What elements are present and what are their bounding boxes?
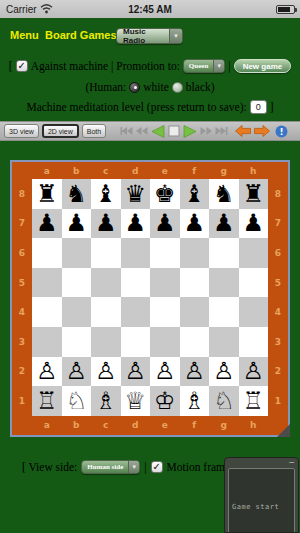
square-g7[interactable]: ♟	[209, 209, 239, 239]
piece-wn: ♘	[65, 389, 87, 413]
music-radio-value: Music Radio	[117, 29, 169, 43]
piece-bp: ♟	[154, 211, 176, 235]
meditation-row: Machine meditation level (press return t…	[0, 98, 300, 116]
square-g2[interactable]: ♙	[209, 357, 239, 387]
rank-label-8: 8	[268, 179, 288, 209]
console-window[interactable]: – Game start	[224, 457, 299, 533]
piece-bb: ♝	[183, 182, 205, 206]
close-bracket: ]	[270, 101, 274, 113]
square-b6[interactable]	[62, 238, 92, 268]
undo-arrow-icon[interactable]	[235, 125, 251, 137]
view-button-group: 3D view2D viewBoth	[4, 124, 106, 138]
meditation-input[interactable]	[250, 100, 267, 114]
file-label-f: f	[180, 162, 210, 179]
square-f3[interactable]	[180, 327, 210, 357]
black-radio[interactable]	[172, 82, 183, 93]
rank-label-2: 2	[268, 357, 288, 387]
file-label-a: a	[32, 162, 62, 179]
square-g5[interactable]	[209, 268, 239, 298]
view-button-3d-view[interactable]: 3D view	[4, 124, 39, 138]
rank-label-8: 8	[12, 179, 32, 209]
square-h4[interactable]	[239, 297, 269, 327]
square-f6[interactable]	[180, 238, 210, 268]
square-c7[interactable]: ♟	[91, 209, 121, 239]
piece-wp: ♙	[242, 359, 264, 383]
board-grid: abcdefgh8♜♞♝♛♚♝♞♜87♟♟♟♟♟♟♟♟7665544332♙♙♙…	[12, 162, 288, 435]
view-side-value: Human side	[82, 461, 128, 473]
square-f4[interactable]	[180, 297, 210, 327]
white-radio[interactable]	[129, 82, 140, 93]
square-h8[interactable]: ♜	[239, 179, 269, 209]
square-a3[interactable]	[32, 327, 62, 357]
stop-icon[interactable]	[168, 125, 180, 137]
square-g3[interactable]	[209, 327, 239, 357]
battery-icon	[276, 5, 295, 14]
file-label-g: g	[209, 162, 239, 179]
piece-bn: ♞	[65, 182, 87, 206]
square-d8[interactable]: ♛	[121, 179, 151, 209]
resize-handle-icon[interactable]	[277, 424, 290, 437]
view-button-both[interactable]: Both	[82, 124, 106, 138]
chess-board: abcdefgh8♜♞♝♛♚♝♞♜87♟♟♟♟♟♟♟♟7665544332♙♙♙…	[10, 160, 290, 437]
square-d3[interactable]	[121, 327, 151, 357]
board-games-link[interactable]: Board Games	[45, 29, 117, 41]
square-h7[interactable]: ♟	[239, 209, 269, 239]
play-forward-icon[interactable]	[183, 125, 197, 138]
square-a1[interactable]: ♖	[32, 386, 62, 416]
square-d2[interactable]: ♙	[121, 357, 151, 387]
clock: 12:45 AM	[0, 4, 300, 15]
piece-bp: ♟	[183, 211, 205, 235]
nav-bar: Menu Board Games Music Radio ▼	[0, 26, 300, 46]
square-c1[interactable]: ♗	[91, 386, 121, 416]
square-b8[interactable]: ♞	[62, 179, 92, 209]
rank-label-7: 7	[12, 209, 32, 239]
view-toolbar: 3D view2D viewBoth	[0, 121, 300, 141]
square-g1[interactable]: ♘	[209, 386, 239, 416]
square-b7[interactable]: ♟	[62, 209, 92, 239]
menu-link[interactable]: Menu	[10, 29, 39, 41]
piece-wk: ♔	[154, 389, 176, 413]
square-a2[interactable]: ♙	[32, 357, 62, 387]
piece-wp: ♙	[154, 359, 176, 383]
board-corner	[268, 162, 288, 179]
piece-bk: ♚	[154, 182, 176, 206]
skip-end-icon[interactable]	[215, 126, 228, 136]
file-label-b: b	[62, 162, 92, 179]
alert-icon[interactable]: !	[275, 125, 288, 138]
piece-bp: ♟	[124, 211, 146, 235]
square-a5[interactable]	[32, 268, 62, 298]
piece-br: ♜	[36, 182, 58, 206]
piece-bp: ♟	[242, 211, 264, 235]
piece-wr: ♖	[36, 389, 58, 413]
square-h1[interactable]: ♖	[239, 386, 269, 416]
square-b4[interactable]	[62, 297, 92, 327]
square-d7[interactable]: ♟	[121, 209, 151, 239]
square-e4[interactable]	[150, 297, 180, 327]
piece-bp: ♟	[36, 211, 58, 235]
open-bracket: [	[9, 60, 13, 72]
skip-start-icon[interactable]	[120, 126, 133, 136]
square-e6[interactable]	[150, 238, 180, 268]
rank-label-4: 4	[268, 297, 288, 327]
square-d5[interactable]	[121, 268, 151, 298]
svg-text:!: !	[280, 126, 284, 136]
separator-pipe: |	[228, 60, 230, 72]
square-e7[interactable]: ♟	[150, 209, 180, 239]
console-titlebar[interactable]: –	[225, 458, 298, 468]
piece-bn: ♞	[213, 182, 235, 206]
chevron-down-icon: ▼	[213, 60, 224, 72]
square-g6[interactable]	[209, 238, 239, 268]
rank-label-7: 7	[268, 209, 288, 239]
square-d1[interactable]: ♕	[121, 386, 151, 416]
piece-wp: ♙	[36, 359, 58, 383]
human-color-row: (Human: white black)	[0, 78, 300, 96]
piece-wb: ♗	[183, 389, 205, 413]
square-f1[interactable]: ♗	[180, 386, 210, 416]
view-side-label: [ View side:	[22, 461, 77, 473]
new-game-button[interactable]: New game	[234, 59, 292, 73]
square-b2[interactable]: ♙	[62, 357, 92, 387]
square-h6[interactable]	[239, 238, 269, 268]
square-f8[interactable]: ♝	[180, 179, 210, 209]
square-f7[interactable]: ♟	[180, 209, 210, 239]
file-label-b: b	[62, 416, 92, 435]
motion-checkbox[interactable]: ✓	[151, 461, 163, 473]
piece-bp: ♟	[95, 211, 117, 235]
file-label-e: e	[150, 416, 180, 435]
against-machine-checkbox[interactable]: ✓	[16, 60, 28, 72]
white-label: white	[143, 81, 169, 93]
piece-bp: ♟	[213, 211, 235, 235]
piece-wp: ♙	[213, 359, 235, 383]
redo-arrow-icon[interactable]	[254, 125, 270, 137]
piece-br: ♜	[242, 182, 264, 206]
piece-wb: ♗	[95, 389, 117, 413]
fast-forward-icon[interactable]	[200, 126, 212, 136]
rank-label-5: 5	[268, 268, 288, 298]
square-c5[interactable]	[91, 268, 121, 298]
square-e8[interactable]: ♚	[150, 179, 180, 209]
square-c6[interactable]	[91, 238, 121, 268]
square-b3[interactable]	[62, 327, 92, 357]
square-h3[interactable]	[239, 327, 269, 357]
square-c4[interactable]	[91, 297, 121, 327]
square-c2[interactable]: ♙	[91, 357, 121, 387]
board-corner	[12, 162, 32, 179]
square-a4[interactable]	[32, 297, 62, 327]
file-label-h: h	[239, 162, 269, 179]
minimize-icon[interactable]: –	[289, 459, 294, 467]
piece-wp: ♙	[183, 359, 205, 383]
file-label-a: a	[32, 416, 62, 435]
square-e3[interactable]	[150, 327, 180, 357]
piece-wq: ♕	[124, 389, 146, 413]
rank-label-6: 6	[268, 238, 288, 268]
square-g8[interactable]: ♞	[209, 179, 239, 209]
square-c3[interactable]	[91, 327, 121, 357]
board-corner	[12, 416, 32, 435]
chevron-down-icon: ▼	[169, 29, 182, 43]
game-options-row: [ ✓ Against machine | Promotion to: Quee…	[0, 57, 300, 75]
piece-wn: ♘	[213, 389, 235, 413]
square-e1[interactable]: ♔	[150, 386, 180, 416]
file-label-d: d	[121, 162, 151, 179]
media-controls: !	[120, 125, 288, 138]
rank-label-3: 3	[12, 327, 32, 357]
square-a6[interactable]	[32, 238, 62, 268]
square-c8[interactable]: ♝	[91, 179, 121, 209]
square-a8[interactable]: ♜	[32, 179, 62, 209]
console-text: Game start	[232, 503, 279, 511]
status-bar: Carrier 12:45 AM	[0, 0, 300, 18]
rank-label-4: 4	[12, 297, 32, 327]
rank-label-5: 5	[12, 268, 32, 298]
app-window: Carrier 12:45 AM Menu Board Games Music …	[0, 0, 300, 533]
rank-label-1: 1	[12, 386, 32, 416]
square-d4[interactable]	[121, 297, 151, 327]
piece-bb: ♝	[95, 182, 117, 206]
chevron-down-icon: ▼	[128, 461, 139, 473]
human-label: (Human:	[85, 81, 126, 93]
promotion-select[interactable]: Queen ▼	[183, 59, 225, 73]
rewind-icon[interactable]	[136, 126, 148, 136]
square-a7[interactable]: ♟	[32, 209, 62, 239]
file-label-d: d	[121, 416, 151, 435]
square-e5[interactable]	[150, 268, 180, 298]
piece-bq: ♛	[124, 182, 146, 206]
separator-pipe: |	[144, 461, 146, 473]
piece-wp: ♙	[65, 359, 87, 383]
rank-label-2: 2	[12, 357, 32, 387]
square-e2[interactable]: ♙	[150, 357, 180, 387]
piece-wp: ♙	[124, 359, 146, 383]
black-label: black)	[186, 81, 215, 93]
square-h2[interactable]: ♙	[239, 357, 269, 387]
file-label-f: f	[180, 416, 210, 435]
music-radio-select[interactable]: Music Radio ▼	[116, 28, 183, 44]
square-h5[interactable]	[239, 268, 269, 298]
square-f5[interactable]	[180, 268, 210, 298]
square-b1[interactable]: ♘	[62, 386, 92, 416]
promotion-value: Queen	[184, 60, 213, 72]
view-button-2d-view[interactable]: 2D view	[42, 124, 79, 138]
view-side-select[interactable]: Human side ▼	[81, 460, 140, 474]
file-label-e: e	[150, 162, 180, 179]
file-label-c: c	[91, 162, 121, 179]
play-back-icon[interactable]	[151, 125, 165, 138]
rank-label-6: 6	[12, 238, 32, 268]
square-f2[interactable]: ♙	[180, 357, 210, 387]
file-label-h: h	[239, 416, 269, 435]
square-b5[interactable]	[62, 268, 92, 298]
file-label-c: c	[91, 416, 121, 435]
console-body: Game start	[228, 468, 295, 533]
piece-wp: ♙	[95, 359, 117, 383]
meditation-label: Machine meditation level (press return t…	[26, 101, 246, 113]
against-machine-label: Against machine | Promotion to:	[31, 60, 180, 72]
piece-wr: ♖	[242, 389, 264, 413]
rank-label-3: 3	[268, 327, 288, 357]
rank-label-1: 1	[268, 386, 288, 416]
file-label-g: g	[209, 416, 239, 435]
square-g4[interactable]	[209, 297, 239, 327]
piece-bp: ♟	[65, 211, 87, 235]
square-d6[interactable]	[121, 238, 151, 268]
